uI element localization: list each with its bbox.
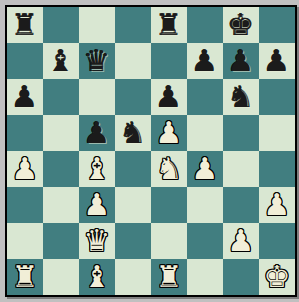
piece-white-bishop[interactable]: ♝	[84, 259, 111, 295]
piece-white-queen[interactable]: ♛	[84, 223, 111, 259]
piece-white-pawn[interactable]: ♟	[228, 223, 255, 259]
square-a5[interactable]	[7, 115, 43, 151]
square-g3[interactable]	[223, 187, 259, 223]
square-b3[interactable]	[43, 187, 79, 223]
square-e3[interactable]	[151, 187, 187, 223]
square-a6[interactable]: ♟	[7, 79, 43, 115]
square-b7[interactable]: ♝	[43, 43, 79, 79]
square-c5[interactable]: ♟	[79, 115, 115, 151]
square-d2[interactable]	[115, 223, 151, 259]
square-b4[interactable]	[43, 151, 79, 187]
piece-white-pawn[interactable]: ♟	[192, 151, 219, 187]
square-d3[interactable]	[115, 187, 151, 223]
square-f2[interactable]	[187, 223, 223, 259]
square-f4[interactable]: ♟	[187, 151, 223, 187]
square-f7[interactable]: ♟	[187, 43, 223, 79]
square-c8[interactable]	[79, 7, 115, 43]
chessboard-frame: ♜♜♚♝♛♟♟♟♟♟♞♟♞♟♟♝♞♟♟♟♛♟♜♝♜♚	[5, 5, 297, 297]
square-e6[interactable]: ♟	[151, 79, 187, 115]
square-c1[interactable]: ♝	[79, 259, 115, 295]
square-f1[interactable]	[187, 259, 223, 295]
square-h4[interactable]	[259, 151, 295, 187]
square-a7[interactable]	[7, 43, 43, 79]
square-a1[interactable]: ♜	[7, 259, 43, 295]
square-d7[interactable]	[115, 43, 151, 79]
square-g6[interactable]: ♞	[223, 79, 259, 115]
square-g8[interactable]: ♚	[223, 7, 259, 43]
piece-black-pawn[interactable]: ♟	[228, 43, 255, 79]
square-d1[interactable]	[115, 259, 151, 295]
square-d6[interactable]	[115, 79, 151, 115]
piece-white-rook[interactable]: ♜	[156, 259, 183, 295]
square-e5[interactable]: ♟	[151, 115, 187, 151]
chessboard: ♜♜♚♝♛♟♟♟♟♟♞♟♞♟♟♝♞♟♟♟♛♟♜♝♜♚	[7, 7, 295, 295]
square-h8[interactable]	[259, 7, 295, 43]
piece-black-knight[interactable]: ♞	[120, 115, 147, 151]
square-e1[interactable]: ♜	[151, 259, 187, 295]
square-h2[interactable]	[259, 223, 295, 259]
square-f8[interactable]	[187, 7, 223, 43]
piece-black-pawn[interactable]: ♟	[264, 43, 291, 79]
square-g1[interactable]	[223, 259, 259, 295]
piece-black-knight[interactable]: ♞	[228, 79, 255, 115]
square-a3[interactable]	[7, 187, 43, 223]
square-c6[interactable]	[79, 79, 115, 115]
piece-white-pawn[interactable]: ♟	[156, 115, 183, 151]
square-f6[interactable]	[187, 79, 223, 115]
piece-white-bishop[interactable]: ♝	[84, 151, 111, 187]
square-f3[interactable]	[187, 187, 223, 223]
piece-white-king[interactable]: ♚	[264, 259, 291, 295]
square-d4[interactable]	[115, 151, 151, 187]
square-h7[interactable]: ♟	[259, 43, 295, 79]
square-d5[interactable]: ♞	[115, 115, 151, 151]
square-e8[interactable]: ♜	[151, 7, 187, 43]
piece-white-rook[interactable]: ♜	[12, 259, 39, 295]
piece-white-pawn[interactable]: ♟	[84, 187, 111, 223]
piece-black-pawn[interactable]: ♟	[12, 79, 39, 115]
square-h3[interactable]: ♟	[259, 187, 295, 223]
square-e4[interactable]: ♞	[151, 151, 187, 187]
square-g4[interactable]	[223, 151, 259, 187]
square-b1[interactable]	[43, 259, 79, 295]
piece-white-pawn[interactable]: ♟	[12, 151, 39, 187]
piece-white-pawn[interactable]: ♟	[264, 187, 291, 223]
square-c7[interactable]: ♛	[79, 43, 115, 79]
square-b6[interactable]	[43, 79, 79, 115]
square-h5[interactable]	[259, 115, 295, 151]
square-g5[interactable]	[223, 115, 259, 151]
square-a2[interactable]	[7, 223, 43, 259]
piece-black-rook[interactable]: ♜	[156, 7, 183, 43]
square-e2[interactable]	[151, 223, 187, 259]
piece-black-rook[interactable]: ♜	[12, 7, 39, 43]
square-f5[interactable]	[187, 115, 223, 151]
square-a8[interactable]: ♜	[7, 7, 43, 43]
piece-white-knight[interactable]: ♞	[156, 151, 183, 187]
piece-black-pawn[interactable]: ♟	[192, 43, 219, 79]
square-b2[interactable]	[43, 223, 79, 259]
piece-black-queen[interactable]: ♛	[84, 43, 111, 79]
square-g7[interactable]: ♟	[223, 43, 259, 79]
square-c3[interactable]: ♟	[79, 187, 115, 223]
square-g2[interactable]: ♟	[223, 223, 259, 259]
square-b5[interactable]	[43, 115, 79, 151]
piece-black-bishop[interactable]: ♝	[48, 43, 75, 79]
square-c2[interactable]: ♛	[79, 223, 115, 259]
square-h1[interactable]: ♚	[259, 259, 295, 295]
square-a4[interactable]: ♟	[7, 151, 43, 187]
square-d8[interactable]	[115, 7, 151, 43]
piece-black-pawn[interactable]: ♟	[156, 79, 183, 115]
piece-black-pawn[interactable]: ♟	[84, 115, 111, 151]
square-b8[interactable]	[43, 7, 79, 43]
square-e7[interactable]	[151, 43, 187, 79]
square-c4[interactable]: ♝	[79, 151, 115, 187]
piece-black-king[interactable]: ♚	[228, 7, 255, 43]
square-h6[interactable]	[259, 79, 295, 115]
